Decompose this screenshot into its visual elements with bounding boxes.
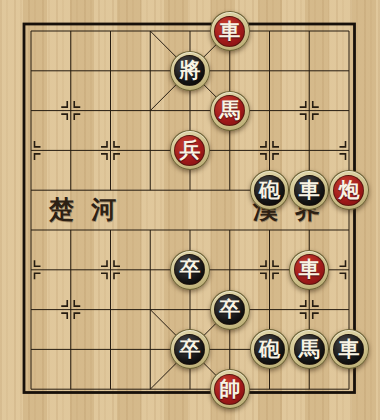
piece-glyph: 馬 — [299, 339, 320, 360]
piece-glyph: 砲 — [259, 339, 280, 360]
piece-glyph: 兵 — [179, 140, 200, 161]
piece-face: 帥 — [214, 374, 245, 405]
piece-disc-black: 砲 — [250, 170, 290, 210]
piece-disc-black: 馬 — [289, 329, 329, 369]
piece-glyph: 砲 — [259, 180, 280, 201]
piece-glyph: 帥 — [219, 379, 240, 400]
piece-glyph: 將 — [179, 60, 200, 81]
piece-disc-black: 將 — [170, 51, 210, 91]
piece-black-soldier[interactable]: 卒 — [170, 250, 210, 290]
piece-glyph: 卒 — [219, 299, 240, 320]
piece-face: 馬 — [294, 334, 325, 365]
piece-red-chariot[interactable]: 車 — [289, 250, 329, 290]
piece-black-cannon[interactable]: 砲 — [250, 170, 290, 210]
piece-face: 車 — [333, 334, 364, 365]
piece-red-cannon[interactable]: 炮 — [329, 170, 369, 210]
piece-glyph: 車 — [299, 180, 320, 201]
piece-disc-red: 帥 — [210, 369, 250, 409]
piece-disc-red: 車 — [210, 11, 250, 51]
piece-black-cannon[interactable]: 砲 — [250, 329, 290, 369]
pieces-layer: 車將馬兵砲車炮卒車卒卒砲馬車帥 — [11, 11, 369, 409]
piece-disc-black: 車 — [289, 170, 329, 210]
piece-red-horse[interactable]: 馬 — [210, 91, 250, 131]
piece-disc-red: 兵 — [170, 130, 210, 170]
piece-face: 車 — [294, 175, 325, 206]
piece-glyph: 炮 — [338, 180, 359, 201]
piece-face: 砲 — [254, 175, 285, 206]
piece-disc-black: 車 — [329, 329, 369, 369]
piece-glyph: 車 — [219, 21, 240, 42]
piece-glyph: 馬 — [219, 100, 240, 121]
piece-glyph: 車 — [299, 259, 320, 280]
piece-black-chariot[interactable]: 車 — [329, 329, 369, 369]
piece-disc-red: 炮 — [329, 170, 369, 210]
piece-face: 卒 — [174, 334, 205, 365]
piece-glyph: 卒 — [179, 259, 200, 280]
xiangqi-board[interactable]: 楚河 漢界 車將馬兵砲車炮卒車卒卒砲馬車帥 — [0, 0, 380, 420]
piece-black-general[interactable]: 將 — [170, 51, 210, 91]
piece-face: 車 — [294, 254, 325, 285]
piece-black-horse[interactable]: 馬 — [289, 329, 329, 369]
piece-disc-red: 馬 — [210, 91, 250, 131]
piece-glyph: 車 — [338, 339, 359, 360]
piece-red-chariot[interactable]: 車 — [210, 11, 250, 51]
piece-red-soldier[interactable]: 兵 — [170, 130, 210, 170]
piece-red-general[interactable]: 帥 — [210, 369, 250, 409]
piece-disc-black: 砲 — [250, 329, 290, 369]
piece-face: 將 — [174, 55, 205, 86]
piece-face: 砲 — [254, 334, 285, 365]
piece-face: 車 — [214, 16, 245, 47]
piece-black-chariot[interactable]: 車 — [289, 170, 329, 210]
piece-disc-black: 卒 — [210, 290, 250, 330]
piece-black-soldier[interactable]: 卒 — [170, 329, 210, 369]
piece-disc-black: 卒 — [170, 250, 210, 290]
piece-disc-black: 卒 — [170, 329, 210, 369]
piece-face: 卒 — [174, 254, 205, 285]
piece-face: 炮 — [333, 175, 364, 206]
piece-face: 卒 — [214, 294, 245, 325]
piece-glyph: 卒 — [179, 339, 200, 360]
piece-face: 馬 — [214, 95, 245, 126]
piece-face: 兵 — [174, 135, 205, 166]
piece-disc-red: 車 — [289, 250, 329, 290]
piece-black-soldier[interactable]: 卒 — [210, 290, 250, 330]
